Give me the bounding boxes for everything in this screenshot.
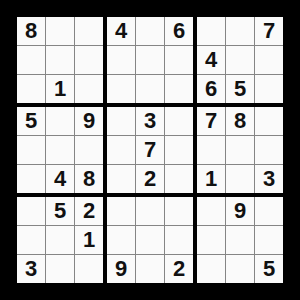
cell-r6c4[interactable] [107, 165, 135, 193]
cell-r1c6[interactable]: 6 [165, 17, 193, 45]
cell-r6c2[interactable]: 4 [46, 165, 74, 193]
cell-r9c9[interactable]: 5 [255, 255, 283, 283]
cell-r9c4[interactable]: 9 [107, 255, 135, 283]
cell-r2c4[interactable] [107, 46, 135, 74]
cell-r1c1[interactable]: 8 [17, 17, 45, 45]
cell-r1c9[interactable]: 7 [255, 17, 283, 45]
box-3-3: 95 [197, 197, 283, 283]
cell-r9c8[interactable] [226, 255, 254, 283]
cell-r4c8[interactable]: 8 [226, 107, 254, 135]
cell-r9c3[interactable] [75, 255, 103, 283]
cell-r6c7[interactable]: 1 [197, 165, 225, 193]
cell-r2c6[interactable] [165, 46, 193, 74]
cell-r3c1[interactable] [17, 75, 45, 103]
cell-r1c8[interactable] [226, 17, 254, 45]
cell-r1c3[interactable] [75, 17, 103, 45]
cell-r7c4[interactable] [107, 197, 135, 225]
cell-r2c9[interactable] [255, 46, 283, 74]
cell-r7c7[interactable] [197, 197, 225, 225]
cell-r7c2[interactable]: 5 [46, 197, 74, 225]
box-3-1: 5213 [17, 197, 103, 283]
cell-r8c6[interactable] [165, 226, 193, 254]
cell-r4c6[interactable] [165, 107, 193, 135]
cell-r3c4[interactable] [107, 75, 135, 103]
cell-r7c9[interactable] [255, 197, 283, 225]
cell-r7c5[interactable] [136, 197, 164, 225]
cell-r8c4[interactable] [107, 226, 135, 254]
cell-r5c1[interactable] [17, 136, 45, 164]
cell-r1c7[interactable] [197, 17, 225, 45]
box-2-2: 372 [107, 107, 193, 193]
cell-r3c6[interactable] [165, 75, 193, 103]
cell-r7c8[interactable]: 9 [226, 197, 254, 225]
cell-r9c6[interactable]: 2 [165, 255, 193, 283]
cell-r5c4[interactable] [107, 136, 135, 164]
cell-r4c2[interactable] [46, 107, 74, 135]
cell-r2c2[interactable] [46, 46, 74, 74]
cell-r3c7[interactable]: 6 [197, 75, 225, 103]
cell-r6c8[interactable] [226, 165, 254, 193]
box-1-1: 81 [17, 17, 103, 103]
cell-r3c2[interactable]: 1 [46, 75, 74, 103]
cell-r7c1[interactable] [17, 197, 45, 225]
cell-r6c9[interactable]: 3 [255, 165, 283, 193]
cell-r5c3[interactable] [75, 136, 103, 164]
cell-r4c9[interactable] [255, 107, 283, 135]
box-1-3: 7465 [197, 17, 283, 103]
cell-r5c9[interactable] [255, 136, 283, 164]
cell-r5c2[interactable] [46, 136, 74, 164]
cell-r9c2[interactable] [46, 255, 74, 283]
box-2-1: 5948 [17, 107, 103, 193]
cell-r8c8[interactable] [226, 226, 254, 254]
cell-r6c1[interactable] [17, 165, 45, 193]
cell-r2c7[interactable]: 4 [197, 46, 225, 74]
cell-r4c1[interactable]: 5 [17, 107, 45, 135]
cell-r6c6[interactable] [165, 165, 193, 193]
cell-r1c2[interactable] [46, 17, 74, 45]
cell-r4c7[interactable]: 7 [197, 107, 225, 135]
box-3-2: 92 [107, 197, 193, 283]
cell-r7c6[interactable] [165, 197, 193, 225]
cell-r5c8[interactable] [226, 136, 254, 164]
cell-r2c5[interactable] [136, 46, 164, 74]
cell-r8c2[interactable] [46, 226, 74, 254]
cell-r8c9[interactable] [255, 226, 283, 254]
cell-r7c3[interactable]: 2 [75, 197, 103, 225]
cell-r9c1[interactable]: 3 [17, 255, 45, 283]
sudoku-board: 814674655948372781352139295 [13, 13, 287, 287]
cell-r2c8[interactable] [226, 46, 254, 74]
cell-r2c3[interactable] [75, 46, 103, 74]
cell-r1c5[interactable] [136, 17, 164, 45]
cell-r5c7[interactable] [197, 136, 225, 164]
cell-r5c6[interactable] [165, 136, 193, 164]
cell-r4c4[interactable] [107, 107, 135, 135]
cell-r2c1[interactable] [17, 46, 45, 74]
cell-r9c5[interactable] [136, 255, 164, 283]
box-1-2: 46 [107, 17, 193, 103]
cell-r8c5[interactable] [136, 226, 164, 254]
cell-r8c3[interactable]: 1 [75, 226, 103, 254]
cell-r3c5[interactable] [136, 75, 164, 103]
cell-r6c3[interactable]: 8 [75, 165, 103, 193]
cell-r3c9[interactable] [255, 75, 283, 103]
cell-r3c8[interactable]: 5 [226, 75, 254, 103]
cell-r8c1[interactable] [17, 226, 45, 254]
box-2-3: 7813 [197, 107, 283, 193]
cell-r9c7[interactable] [197, 255, 225, 283]
cell-r5c5[interactable]: 7 [136, 136, 164, 164]
cell-r6c5[interactable]: 2 [136, 165, 164, 193]
cell-r4c3[interactable]: 9 [75, 107, 103, 135]
cell-r4c5[interactable]: 3 [136, 107, 164, 135]
cell-r1c4[interactable]: 4 [107, 17, 135, 45]
cell-r8c7[interactable] [197, 226, 225, 254]
cell-r3c3[interactable] [75, 75, 103, 103]
